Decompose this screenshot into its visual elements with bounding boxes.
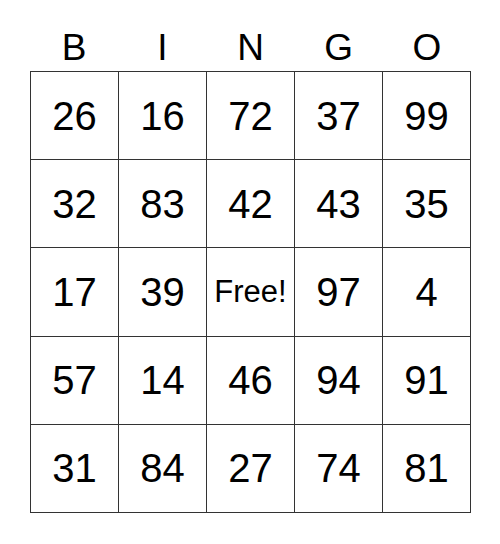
cell-r4c3[interactable]: 46 (207, 337, 294, 424)
cell-r1c2[interactable]: 16 (119, 72, 206, 159)
cell-r4c1[interactable]: 57 (31, 337, 118, 424)
cell-r2c3[interactable]: 42 (207, 160, 294, 247)
cell-r5c2[interactable]: 84 (119, 425, 206, 512)
cell-r4c2[interactable]: 14 (119, 337, 206, 424)
cell-r4c4[interactable]: 94 (295, 337, 382, 424)
header-letter-o: O (383, 29, 471, 66)
cell-r2c5[interactable]: 35 (383, 160, 470, 247)
bingo-grid: 26 16 72 37 99 32 83 42 43 35 17 39 Free… (30, 71, 471, 513)
cell-r2c1[interactable]: 32 (31, 160, 118, 247)
cell-r1c5[interactable]: 99 (383, 72, 470, 159)
cell-r5c5[interactable]: 81 (383, 425, 470, 512)
cell-r5c4[interactable]: 74 (295, 425, 382, 512)
cell-r2c2[interactable]: 83 (119, 160, 206, 247)
cell-r1c1[interactable]: 26 (31, 72, 118, 159)
header-letter-b: B (30, 29, 118, 66)
free-cell[interactable]: Free! (207, 248, 294, 335)
cell-r5c3[interactable]: 27 (207, 425, 294, 512)
header-letter-n: N (206, 29, 294, 66)
bingo-card: B I N G O 26 16 72 37 99 32 83 42 43 35 … (30, 0, 471, 513)
cell-r2c4[interactable]: 43 (295, 160, 382, 247)
cell-r3c5[interactable]: 4 (383, 248, 470, 335)
header-letter-g: G (295, 29, 383, 66)
cell-r3c2[interactable]: 39 (119, 248, 206, 335)
cell-r3c1[interactable]: 17 (31, 248, 118, 335)
cell-r1c3[interactable]: 72 (207, 72, 294, 159)
bingo-card-page: B I N G O 26 16 72 37 99 32 83 42 43 35 … (0, 0, 500, 544)
header-letter-i: I (118, 29, 206, 66)
cell-r5c1[interactable]: 31 (31, 425, 118, 512)
bingo-header: B I N G O (30, 0, 471, 71)
cell-r4c5[interactable]: 91 (383, 337, 470, 424)
cell-r1c4[interactable]: 37 (295, 72, 382, 159)
cell-r3c4[interactable]: 97 (295, 248, 382, 335)
